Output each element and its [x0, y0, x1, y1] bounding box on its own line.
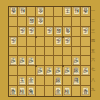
square-4-1[interactable] [54, 7, 63, 17]
gote-piece[interactable]: 銀 [55, 27, 62, 35]
sente-piece[interactable]: 歩 [28, 57, 35, 65]
sente-piece[interactable]: 歩 [10, 57, 17, 65]
square-3-1[interactable]: 王 [63, 7, 72, 17]
gote-piece[interactable]: 香 [10, 7, 17, 15]
square-2-9[interactable] [72, 86, 81, 96]
square-4-4[interactable]: 歩 [54, 37, 63, 47]
square-5-7[interactable]: 歩 [45, 66, 54, 76]
rank-label-4: 四 [91, 36, 99, 45]
square-1-2[interactable] [81, 17, 90, 27]
square-7-5[interactable] [27, 47, 36, 57]
gote-piece[interactable]: 歩 [28, 27, 35, 35]
square-1-9[interactable]: 香 [81, 86, 90, 96]
sente-piece[interactable]: 歩 [55, 67, 62, 75]
hoshi-dot [35, 65, 37, 67]
square-3-6[interactable] [63, 56, 72, 66]
square-8-2[interactable] [18, 17, 27, 27]
square-3-8[interactable] [63, 76, 72, 86]
square-3-5[interactable] [63, 47, 72, 57]
square-6-6[interactable] [36, 56, 45, 66]
shogi-board: 香桂金王桂香銀金歩歩歩銀角歩歩歩歩歩歩歩歩歩歩歩歩銀歩玉金銀飛香桂角金桂香 [8, 6, 91, 97]
square-5-1[interactable] [45, 7, 54, 17]
gote-piece[interactable]: 香 [82, 7, 89, 15]
square-4-2[interactable] [54, 17, 63, 27]
square-5-2[interactable] [45, 17, 54, 27]
square-8-5[interactable] [18, 47, 27, 57]
square-9-2[interactable] [9, 17, 18, 27]
square-8-9[interactable]: 桂 [18, 86, 27, 96]
square-5-5[interactable] [45, 47, 54, 57]
square-1-4[interactable] [81, 37, 90, 47]
sente-piece[interactable]: 歩 [19, 57, 26, 65]
square-6-2[interactable]: 金 [36, 17, 45, 27]
square-5-8[interactable] [45, 76, 54, 86]
gote-piece[interactable]: 銀 [28, 17, 35, 25]
square-6-8[interactable] [36, 76, 45, 86]
hoshi-dot [62, 36, 64, 38]
square-2-6[interactable]: 歩 [72, 56, 81, 66]
square-1-6[interactable] [81, 56, 90, 66]
rank-label-7: 七 [91, 65, 99, 74]
square-1-1[interactable]: 香 [81, 7, 90, 17]
square-4-7[interactable]: 歩 [54, 66, 63, 76]
rank-label-5: 五 [91, 46, 99, 55]
rank-label-9: 九 [91, 85, 99, 94]
square-5-4[interactable] [45, 37, 54, 47]
gote-piece[interactable]: 歩 [64, 37, 71, 45]
square-7-8[interactable]: 金 [27, 76, 36, 86]
square-3-4[interactable]: 歩 [63, 37, 72, 47]
square-4-8[interactable]: 銀 [54, 76, 63, 86]
gote-piece[interactable]: 金 [37, 7, 44, 15]
sente-piece[interactable]: 銀 [55, 77, 62, 85]
sente-piece[interactable]: 歩 [37, 67, 44, 75]
gote-piece[interactable]: 歩 [46, 27, 53, 35]
hoshi-dot [62, 65, 64, 67]
square-6-3[interactable] [36, 27, 45, 37]
square-9-6[interactable]: 歩 [9, 56, 18, 66]
square-2-8[interactable]: 飛 [72, 76, 81, 86]
square-8-1[interactable]: 桂 [18, 7, 27, 17]
square-3-9[interactable]: 桂 [63, 86, 72, 96]
square-2-3[interactable] [72, 27, 81, 37]
sente-piece[interactable]: 角 [28, 87, 35, 95]
rank-label-1: 一 [91, 6, 99, 15]
square-3-2[interactable] [63, 17, 72, 27]
sente-piece[interactable]: 金 [28, 77, 35, 85]
gote-piece[interactable]: 金 [37, 17, 44, 25]
sente-piece[interactable]: 桂 [64, 87, 71, 95]
rank-label-3: 三 [91, 26, 99, 35]
sente-piece[interactable]: 歩 [82, 67, 89, 75]
sente-piece[interactable]: 歩 [46, 67, 53, 75]
square-6-1[interactable]: 金 [36, 7, 45, 17]
rank-label-2: 二 [91, 16, 99, 25]
square-1-8[interactable] [81, 76, 90, 86]
square-7-2[interactable]: 銀 [27, 17, 36, 27]
sente-piece[interactable]: 香 [10, 87, 17, 95]
square-5-3[interactable]: 歩 [45, 27, 54, 37]
square-5-9[interactable] [45, 86, 54, 96]
square-2-2[interactable] [72, 17, 81, 27]
sente-piece[interactable]: 歩 [64, 67, 71, 75]
square-9-5[interactable] [9, 47, 18, 57]
hoshi-dot [35, 36, 37, 38]
square-7-1[interactable] [27, 7, 36, 17]
gote-piece[interactable]: 歩 [10, 37, 17, 45]
sente-piece[interactable]: 玉 [19, 77, 26, 85]
sente-piece[interactable]: 銀 [73, 67, 80, 75]
square-6-4[interactable] [36, 37, 45, 47]
gote-piece[interactable]: 歩 [55, 37, 62, 45]
sente-piece[interactable]: 歩 [73, 57, 80, 65]
square-4-5[interactable] [54, 47, 63, 57]
gote-piece[interactable]: 桂 [19, 7, 26, 15]
rank-label-6: 六 [91, 55, 99, 64]
square-4-9[interactable]: 金 [54, 86, 63, 96]
square-7-9[interactable]: 角 [27, 86, 36, 96]
square-8-6[interactable]: 歩 [18, 56, 27, 66]
square-3-3[interactable]: 角 [63, 27, 72, 37]
square-9-7[interactable] [9, 66, 18, 76]
square-9-8[interactable] [9, 76, 18, 86]
square-6-7[interactable]: 歩 [36, 66, 45, 76]
gote-piece[interactable]: 角 [64, 27, 71, 35]
square-7-4[interactable] [27, 37, 36, 47]
square-5-6[interactable] [45, 56, 54, 66]
square-1-7[interactable]: 歩 [81, 66, 90, 76]
sente-piece[interactable]: 飛 [73, 77, 80, 85]
gote-piece[interactable]: 歩 [19, 27, 26, 35]
square-9-1[interactable]: 香 [9, 7, 18, 17]
square-8-7[interactable] [18, 66, 27, 76]
square-8-3[interactable]: 歩 [18, 27, 27, 37]
rank-label-8: 八 [91, 75, 99, 84]
square-2-4[interactable] [72, 37, 81, 47]
square-1-5[interactable] [81, 47, 90, 57]
square-8-4[interactable] [18, 37, 27, 47]
square-8-8[interactable]: 玉 [18, 76, 27, 86]
gote-piece[interactable]: 桂 [73, 7, 80, 15]
square-1-3[interactable]: 歩 [81, 27, 90, 37]
square-9-3[interactable] [9, 27, 18, 37]
square-3-7[interactable]: 歩 [63, 66, 72, 76]
square-2-7[interactable]: 銀 [72, 66, 81, 76]
gote-piece[interactable]: 王 [64, 7, 71, 15]
sente-piece[interactable]: 香 [82, 87, 89, 95]
sente-piece[interactable]: 金 [55, 87, 62, 95]
square-2-1[interactable]: 桂 [72, 7, 81, 17]
square-2-5[interactable] [72, 47, 81, 57]
square-9-9[interactable]: 香 [9, 86, 18, 96]
shogi-app: 香桂金王桂香銀金歩歩歩銀角歩歩歩歩歩歩歩歩歩歩歩歩銀歩玉金銀飛香桂角金桂香 一二… [0, 0, 100, 100]
gote-piece[interactable]: 歩 [82, 27, 89, 35]
square-9-4[interactable]: 歩 [9, 37, 18, 47]
sente-piece[interactable]: 桂 [19, 87, 26, 95]
square-6-9[interactable] [36, 86, 45, 96]
square-6-5[interactable] [36, 47, 45, 57]
square-7-7[interactable] [27, 66, 36, 76]
